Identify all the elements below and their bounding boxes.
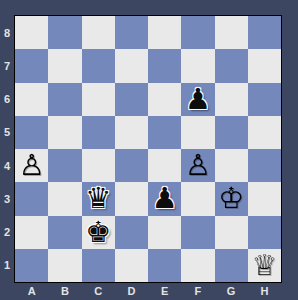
square-h6[interactable] [248, 83, 281, 116]
rank-label-1: 1 [0, 249, 14, 282]
square-g4[interactable] [215, 149, 248, 182]
square-e4[interactable] [148, 149, 181, 182]
square-f1[interactable] [181, 249, 214, 282]
square-d6[interactable] [115, 83, 148, 116]
file-label-h: H [248, 284, 281, 298]
file-label-c: C [82, 284, 115, 298]
square-d5[interactable] [115, 116, 148, 149]
square-f7[interactable] [181, 49, 214, 82]
file-label-d: D [115, 284, 148, 298]
square-d2[interactable] [115, 216, 148, 249]
chess-board: ♟♙♙♛♟♔♚♕ [14, 15, 282, 283]
rank-labels: 87654321 [0, 16, 14, 282]
square-a1[interactable] [15, 249, 48, 282]
square-f3[interactable] [181, 182, 214, 215]
square-g3[interactable]: ♔ [215, 182, 248, 215]
square-e6[interactable] [148, 83, 181, 116]
square-g5[interactable] [215, 116, 248, 149]
square-b2[interactable] [48, 216, 81, 249]
square-f5[interactable] [181, 116, 214, 149]
square-b3[interactable] [48, 182, 81, 215]
square-d8[interactable] [115, 16, 148, 49]
file-label-b: B [48, 284, 81, 298]
white-queen-h1: ♕ [251, 249, 277, 282]
square-e5[interactable] [148, 116, 181, 149]
square-a4[interactable]: ♙ [15, 149, 48, 182]
white-pawn-a4: ♙ [19, 149, 45, 182]
square-g2[interactable] [215, 216, 248, 249]
rank-label-8: 8 [0, 16, 14, 49]
rank-label-3: 3 [0, 182, 14, 215]
square-b1[interactable] [48, 249, 81, 282]
square-e7[interactable] [148, 49, 181, 82]
square-d1[interactable] [115, 249, 148, 282]
square-b8[interactable] [48, 16, 81, 49]
rank-label-5: 5 [0, 116, 14, 149]
square-c1[interactable] [82, 249, 115, 282]
rank-label-6: 6 [0, 83, 14, 116]
white-pawn-f4: ♙ [185, 149, 211, 182]
square-h4[interactable] [248, 149, 281, 182]
square-a5[interactable] [15, 116, 48, 149]
rank-label-4: 4 [0, 149, 14, 182]
square-f6[interactable]: ♟ [181, 83, 214, 116]
square-f8[interactable] [181, 16, 214, 49]
square-h3[interactable] [248, 182, 281, 215]
square-g1[interactable] [215, 249, 248, 282]
square-c6[interactable] [82, 83, 115, 116]
square-h5[interactable] [248, 116, 281, 149]
file-label-a: A [15, 284, 48, 298]
rank-label-2: 2 [0, 216, 14, 249]
square-c5[interactable] [82, 116, 115, 149]
square-a8[interactable] [15, 16, 48, 49]
square-h8[interactable] [248, 16, 281, 49]
square-a6[interactable] [15, 83, 48, 116]
square-d4[interactable] [115, 149, 148, 182]
square-c2[interactable]: ♚ [82, 216, 115, 249]
square-f4[interactable]: ♙ [181, 149, 214, 182]
square-b4[interactable] [48, 149, 81, 182]
square-c7[interactable] [82, 49, 115, 82]
square-d3[interactable] [115, 182, 148, 215]
black-pawn-f6: ♟ [185, 83, 211, 116]
square-e3[interactable]: ♟ [148, 182, 181, 215]
square-g6[interactable] [215, 83, 248, 116]
square-e2[interactable] [148, 216, 181, 249]
square-h7[interactable] [248, 49, 281, 82]
square-c8[interactable] [82, 16, 115, 49]
square-b6[interactable] [48, 83, 81, 116]
square-c3[interactable]: ♛ [82, 182, 115, 215]
chess-diagram: 87654321 ♟♙♙♛♟♔♚♕ ABCDEFGH [0, 0, 298, 300]
file-label-f: F [181, 284, 214, 298]
square-f2[interactable] [181, 216, 214, 249]
file-label-e: E [148, 284, 181, 298]
square-b5[interactable] [48, 116, 81, 149]
black-queen-c3: ♛ [85, 182, 111, 215]
square-d7[interactable] [115, 49, 148, 82]
square-c4[interactable] [82, 149, 115, 182]
black-king-c2: ♚ [85, 216, 111, 249]
square-b7[interactable] [48, 49, 81, 82]
file-label-g: G [215, 284, 248, 298]
square-a2[interactable] [15, 216, 48, 249]
square-e8[interactable] [148, 16, 181, 49]
square-h2[interactable] [248, 216, 281, 249]
square-g8[interactable] [215, 16, 248, 49]
square-a3[interactable] [15, 182, 48, 215]
rank-label-7: 7 [0, 49, 14, 82]
square-e1[interactable] [148, 249, 181, 282]
square-h1[interactable]: ♕ [248, 249, 281, 282]
black-pawn-e3: ♟ [152, 182, 178, 215]
white-king-g3: ♔ [218, 182, 244, 215]
square-g7[interactable] [215, 49, 248, 82]
square-a7[interactable] [15, 49, 48, 82]
file-labels: ABCDEFGH [15, 284, 281, 298]
